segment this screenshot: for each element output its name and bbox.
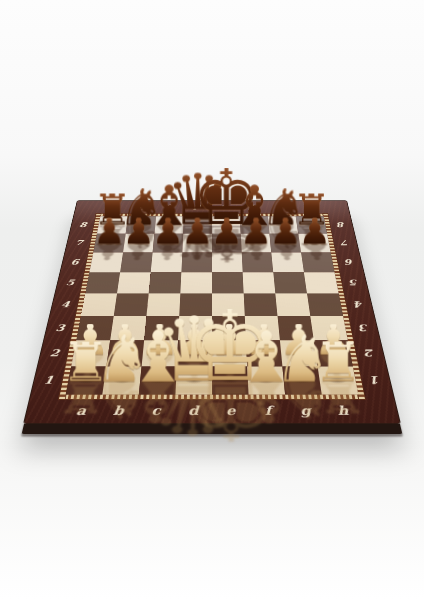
square-g5[interactable] xyxy=(273,272,307,293)
board-grid: ♜♜♞♞♝♝♛♛♚♚♝♝♞♞♜♜♟♟♟♟♟♟♟♟♟♟♟♟♟♟♟♟♟♟♟♟♟♟♟♟… xyxy=(66,216,359,394)
chess-board: ♜♜♞♞♝♝♛♛♚♚♝♝♞♞♜♜♟♟♟♟♟♟♟♟♟♟♟♟♟♟♟♟♟♟♟♟♟♟♟♟… xyxy=(23,200,401,424)
coordinate-label: 4 xyxy=(53,293,77,316)
square-a5[interactable] xyxy=(85,272,120,293)
square-h5[interactable] xyxy=(304,272,339,293)
square-a4[interactable] xyxy=(81,293,117,316)
piece-white-bishop[interactable]: ♝ xyxy=(182,329,351,384)
piece-black-pawn[interactable]: ♟ xyxy=(246,217,383,245)
square-h7[interactable]: ♟♟ xyxy=(298,234,330,253)
square-c5[interactable] xyxy=(149,272,182,293)
product-photo: ♜♜♞♞♝♝♛♛♚♚♝♝♞♞♜♜♟♟♟♟♟♟♟♟♟♟♟♟♟♟♟♟♟♟♟♟♟♟♟♟… xyxy=(0,0,424,600)
square-b5[interactable] xyxy=(117,272,151,293)
coordinate-label: 5 xyxy=(59,272,82,293)
coordinate-label: 4 xyxy=(347,293,371,316)
board-scene: ♜♜♞♞♝♝♛♛♚♚♝♝♞♞♜♜♟♟♟♟♟♟♟♟♟♟♟♟♟♟♟♟♟♟♟♟♟♟♟♟… xyxy=(23,46,401,424)
square-b4[interactable] xyxy=(114,293,149,316)
piece-reflection: ♜ xyxy=(254,379,424,414)
coordinate-label: 5 xyxy=(343,272,366,293)
